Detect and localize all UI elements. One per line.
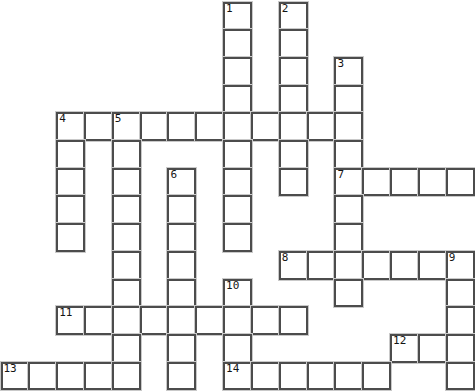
grid-cell[interactable] — [446, 306, 475, 335]
clue-number: 12 — [393, 335, 406, 347]
grid-cell[interactable] — [167, 334, 196, 363]
grid-cell[interactable]: 4 — [56, 112, 85, 141]
grid-cell[interactable] — [56, 140, 85, 169]
grid-cell[interactable]: 3 — [334, 57, 363, 86]
grid-cell[interactable] — [307, 112, 336, 141]
grid-cell[interactable] — [56, 195, 85, 224]
clue-number: 5 — [115, 113, 122, 125]
grid-cell[interactable] — [334, 112, 363, 141]
crossword-board: 1234567891011121314 — [1, 2, 474, 390]
grid-cell[interactable] — [334, 362, 363, 391]
grid-cell[interactable] — [167, 195, 196, 224]
clue-number: 9 — [449, 252, 456, 264]
grid-cell[interactable] — [307, 362, 336, 391]
grid-cell[interactable] — [418, 334, 447, 363]
grid-cell[interactable] — [112, 140, 141, 169]
clue-number: 2 — [282, 3, 289, 15]
grid-cell[interactable]: 11 — [56, 306, 85, 335]
grid-cell[interactable]: 10 — [223, 279, 252, 308]
clue-number: 10 — [226, 280, 239, 292]
grid-cell[interactable] — [446, 168, 475, 197]
grid-cell[interactable] — [167, 279, 196, 308]
grid-cell[interactable] — [167, 223, 196, 252]
grid-cell[interactable] — [84, 362, 113, 391]
grid-cell[interactable] — [334, 251, 363, 280]
grid-cell[interactable]: 6 — [167, 168, 196, 197]
grid-cell[interactable] — [223, 29, 252, 58]
grid-cell[interactable] — [223, 195, 252, 224]
grid-cell[interactable] — [362, 168, 391, 197]
grid-cell[interactable] — [223, 112, 252, 141]
grid-cell[interactable] — [112, 306, 141, 335]
grid-cell[interactable] — [195, 306, 224, 335]
grid-cell[interactable] — [362, 362, 391, 391]
grid-cell[interactable] — [334, 223, 363, 252]
grid-cell[interactable] — [28, 362, 57, 391]
grid-cell[interactable] — [167, 362, 196, 391]
grid-cell[interactable] — [418, 251, 447, 280]
grid-cell[interactable] — [446, 334, 475, 363]
clue-number: 7 — [337, 169, 344, 181]
grid-cell[interactable]: 2 — [279, 2, 308, 31]
grid-cell[interactable]: 14 — [223, 362, 252, 391]
grid-cell[interactable] — [223, 140, 252, 169]
grid-cell[interactable] — [251, 362, 280, 391]
grid-cell[interactable] — [279, 112, 308, 141]
grid-cell[interactable] — [140, 306, 169, 335]
clue-number: 1 — [226, 3, 233, 15]
grid-cell[interactable] — [84, 306, 113, 335]
grid-cell[interactable] — [279, 362, 308, 391]
grid-cell[interactable] — [334, 195, 363, 224]
grid-cell[interactable] — [279, 85, 308, 114]
grid-cell[interactable] — [84, 112, 113, 141]
grid-cell[interactable] — [167, 251, 196, 280]
grid-cell[interactable] — [279, 168, 308, 197]
grid-cell[interactable] — [279, 140, 308, 169]
grid-cell[interactable] — [112, 334, 141, 363]
grid-cell[interactable] — [223, 85, 252, 114]
grid-cell[interactable] — [140, 112, 169, 141]
grid-cell[interactable] — [223, 57, 252, 86]
grid-cell[interactable] — [334, 85, 363, 114]
grid-cell[interactable] — [390, 168, 419, 197]
grid-cell[interactable]: 9 — [446, 251, 475, 280]
grid-cell[interactable] — [279, 57, 308, 86]
grid-cell[interactable] — [390, 251, 419, 280]
grid-cell[interactable]: 7 — [334, 168, 363, 197]
clue-number: 3 — [337, 58, 344, 70]
grid-cell[interactable]: 1 — [223, 2, 252, 31]
grid-cell[interactable] — [112, 223, 141, 252]
grid-cell[interactable]: 12 — [390, 334, 419, 363]
grid-cell[interactable] — [56, 168, 85, 197]
clue-number: 4 — [59, 113, 66, 125]
grid-cell[interactable] — [279, 29, 308, 58]
grid-cell[interactable] — [334, 140, 363, 169]
grid-cell[interactable] — [307, 251, 336, 280]
grid-cell[interactable] — [446, 279, 475, 308]
clue-number: 13 — [4, 363, 17, 375]
grid-cell[interactable] — [112, 251, 141, 280]
clue-number: 6 — [170, 169, 177, 181]
grid-cell[interactable]: 8 — [279, 251, 308, 280]
grid-cell[interactable] — [167, 306, 196, 335]
grid-cell[interactable] — [446, 362, 475, 391]
grid-cell[interactable] — [195, 112, 224, 141]
grid-cell[interactable] — [418, 168, 447, 197]
grid-cell[interactable] — [223, 223, 252, 252]
clue-number: 11 — [59, 307, 72, 319]
grid-cell[interactable] — [251, 306, 280, 335]
grid-cell[interactable] — [56, 223, 85, 252]
grid-cell[interactable] — [223, 306, 252, 335]
grid-cell[interactable] — [167, 112, 196, 141]
grid-cell[interactable] — [112, 362, 141, 391]
grid-cell[interactable] — [251, 112, 280, 141]
grid-cell[interactable]: 13 — [1, 362, 30, 391]
grid-cell[interactable] — [279, 306, 308, 335]
clue-number: 14 — [226, 363, 239, 375]
grid-cell[interactable] — [112, 195, 141, 224]
grid-cell[interactable] — [112, 279, 141, 308]
grid-cell[interactable] — [362, 251, 391, 280]
grid-cell[interactable] — [223, 168, 252, 197]
grid-cell[interactable] — [334, 279, 363, 308]
grid-cell[interactable]: 5 — [112, 112, 141, 141]
clue-number: 8 — [282, 252, 289, 264]
grid-cell[interactable] — [56, 362, 85, 391]
grid-cell[interactable] — [223, 334, 252, 363]
grid-cell[interactable] — [112, 168, 141, 197]
